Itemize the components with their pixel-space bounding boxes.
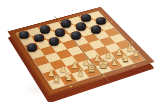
brass-pin-icon: [111, 21, 114, 22]
brass-pin-icon: [131, 41, 134, 43]
brass-pin-icon: [133, 65, 136, 67]
brass-pin-icon: [70, 86, 73, 88]
perspective-scene: [0, 0, 159, 102]
product-photo-stage: ♟♟♟♟♟♟♟♟♜♞♝♛♚♝♞♜: [0, 0, 159, 102]
board-frame: [8, 7, 155, 97]
